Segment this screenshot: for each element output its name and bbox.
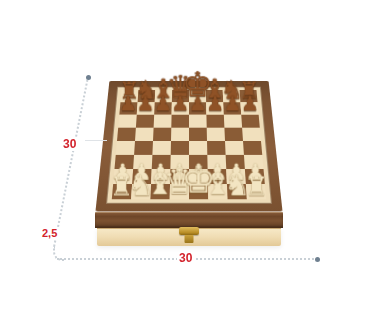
square-d4	[171, 141, 189, 155]
square-b3	[133, 155, 152, 169]
box-side-panel	[97, 228, 281, 246]
square-c7: ♟	[154, 102, 172, 115]
square-f7: ♟	[206, 102, 224, 115]
square-a5	[117, 128, 136, 141]
width-dimension-label: 30	[177, 252, 194, 265]
square-e2: ♟	[189, 169, 208, 184]
brass-clasp-tab-icon	[185, 235, 194, 243]
square-h7: ♟	[240, 102, 258, 115]
square-h1: ♜	[246, 184, 266, 199]
square-d7: ♟	[172, 102, 189, 115]
square-c4	[152, 141, 171, 155]
square-c1: ♝	[150, 184, 170, 199]
square-a7: ♟	[119, 102, 137, 115]
square-h3	[244, 155, 264, 169]
dimension-endpoint-dot-right	[315, 257, 320, 262]
black-rook: ♜	[119, 79, 139, 102]
square-g3	[226, 155, 245, 169]
square-f6	[206, 115, 224, 128]
square-b6	[136, 115, 154, 128]
square-c5	[153, 128, 171, 141]
chess-board: ♜♞♝♛♚♝♞♜♟♟♟♟♟♟♟♟♟♟♟♟♟♟♟♟♜♞♝♛♚♝♞♜	[95, 81, 282, 212]
square-c6	[154, 115, 172, 128]
square-a8: ♜	[120, 90, 138, 102]
square-d1: ♛	[170, 184, 189, 199]
depth-dimension-label: 30	[61, 138, 78, 151]
square-e1: ♚	[189, 184, 208, 199]
square-a4	[116, 141, 135, 155]
square-e5	[189, 128, 207, 141]
square-b5	[135, 128, 154, 141]
white-pawn: ♟	[226, 162, 246, 184]
square-h8: ♜	[240, 90, 258, 102]
square-e3	[189, 155, 208, 169]
product-photo-wooden-chess-set: ♜♞♝♛♚♝♞♜♟♟♟♟♟♟♟♟♟♟♟♟♟♟♟♟♜♞♝♛♚♝♞♜ 30 30 2…	[0, 0, 376, 313]
white-pawn: ♟	[132, 162, 152, 184]
square-d8: ♛	[172, 90, 189, 102]
thickness-dimension-label: 2,5	[40, 227, 59, 240]
square-a3	[114, 155, 134, 169]
white-knight: ♞	[128, 170, 154, 199]
white-pawn: ♟	[208, 162, 228, 184]
square-g5	[224, 128, 243, 141]
square-e7: ♟	[189, 102, 206, 115]
depth-tick-connector	[85, 140, 107, 141]
square-g4	[225, 141, 244, 155]
square-h6	[241, 115, 260, 128]
white-pawn: ♟	[245, 162, 265, 184]
square-b2: ♟	[132, 169, 152, 184]
square-g7: ♟	[223, 102, 241, 115]
square-g1: ♞	[227, 184, 247, 199]
square-c8: ♝	[155, 90, 172, 102]
board-scene: ♜♞♝♛♚♝♞♜♟♟♟♟♟♟♟♟♟♟♟♟♟♟♟♟♜♞♝♛♚♝♞♜	[103, 55, 275, 227]
square-b7: ♟	[137, 102, 155, 115]
square-f2: ♟	[208, 169, 227, 184]
square-c2: ♟	[151, 169, 170, 184]
white-pawn: ♟	[170, 162, 190, 184]
square-d6	[171, 115, 189, 128]
square-g6	[224, 115, 242, 128]
square-d2: ♟	[170, 169, 189, 184]
white-pawn: ♟	[189, 162, 209, 184]
dimension-endpoint-dot-top	[86, 75, 91, 80]
square-f5	[207, 128, 225, 141]
chess-grid: ♜♞♝♛♚♝♞♜♟♟♟♟♟♟♟♟♟♟♟♟♟♟♟♟♜♞♝♛♚♝♞♜	[112, 90, 266, 199]
square-a6	[118, 115, 137, 128]
square-h2: ♟	[245, 169, 265, 184]
square-a2: ♟	[113, 169, 133, 184]
square-e4	[189, 141, 207, 155]
square-b8: ♞	[138, 90, 156, 102]
square-f4	[207, 141, 226, 155]
square-f3	[207, 155, 226, 169]
black-rook: ♜	[239, 79, 259, 102]
white-pawn: ♟	[113, 162, 133, 184]
square-g2: ♟	[226, 169, 246, 184]
square-a1: ♜	[112, 184, 132, 199]
square-c3	[152, 155, 171, 169]
square-d5	[171, 128, 189, 141]
square-f1: ♝	[208, 184, 228, 199]
square-h4	[243, 141, 262, 155]
square-e6	[189, 115, 207, 128]
square-b1: ♞	[131, 184, 151, 199]
white-pawn: ♟	[151, 162, 171, 184]
square-g8: ♞	[223, 90, 241, 102]
square-h5	[242, 128, 261, 141]
box-front-walnut-edge	[95, 212, 283, 228]
square-f8: ♝	[206, 90, 223, 102]
board-maple-border: ♜♞♝♛♚♝♞♜♟♟♟♟♟♟♟♟♟♟♟♟♟♟♟♟♜♞♝♛♚♝♞♜	[106, 87, 272, 204]
square-b4	[134, 141, 153, 155]
square-d3	[170, 155, 189, 169]
depth-dimension-dotted-line	[53, 77, 89, 247]
brass-clasp-icon	[179, 227, 199, 235]
square-e8: ♚	[189, 90, 206, 102]
white-knight: ♞	[224, 170, 250, 199]
